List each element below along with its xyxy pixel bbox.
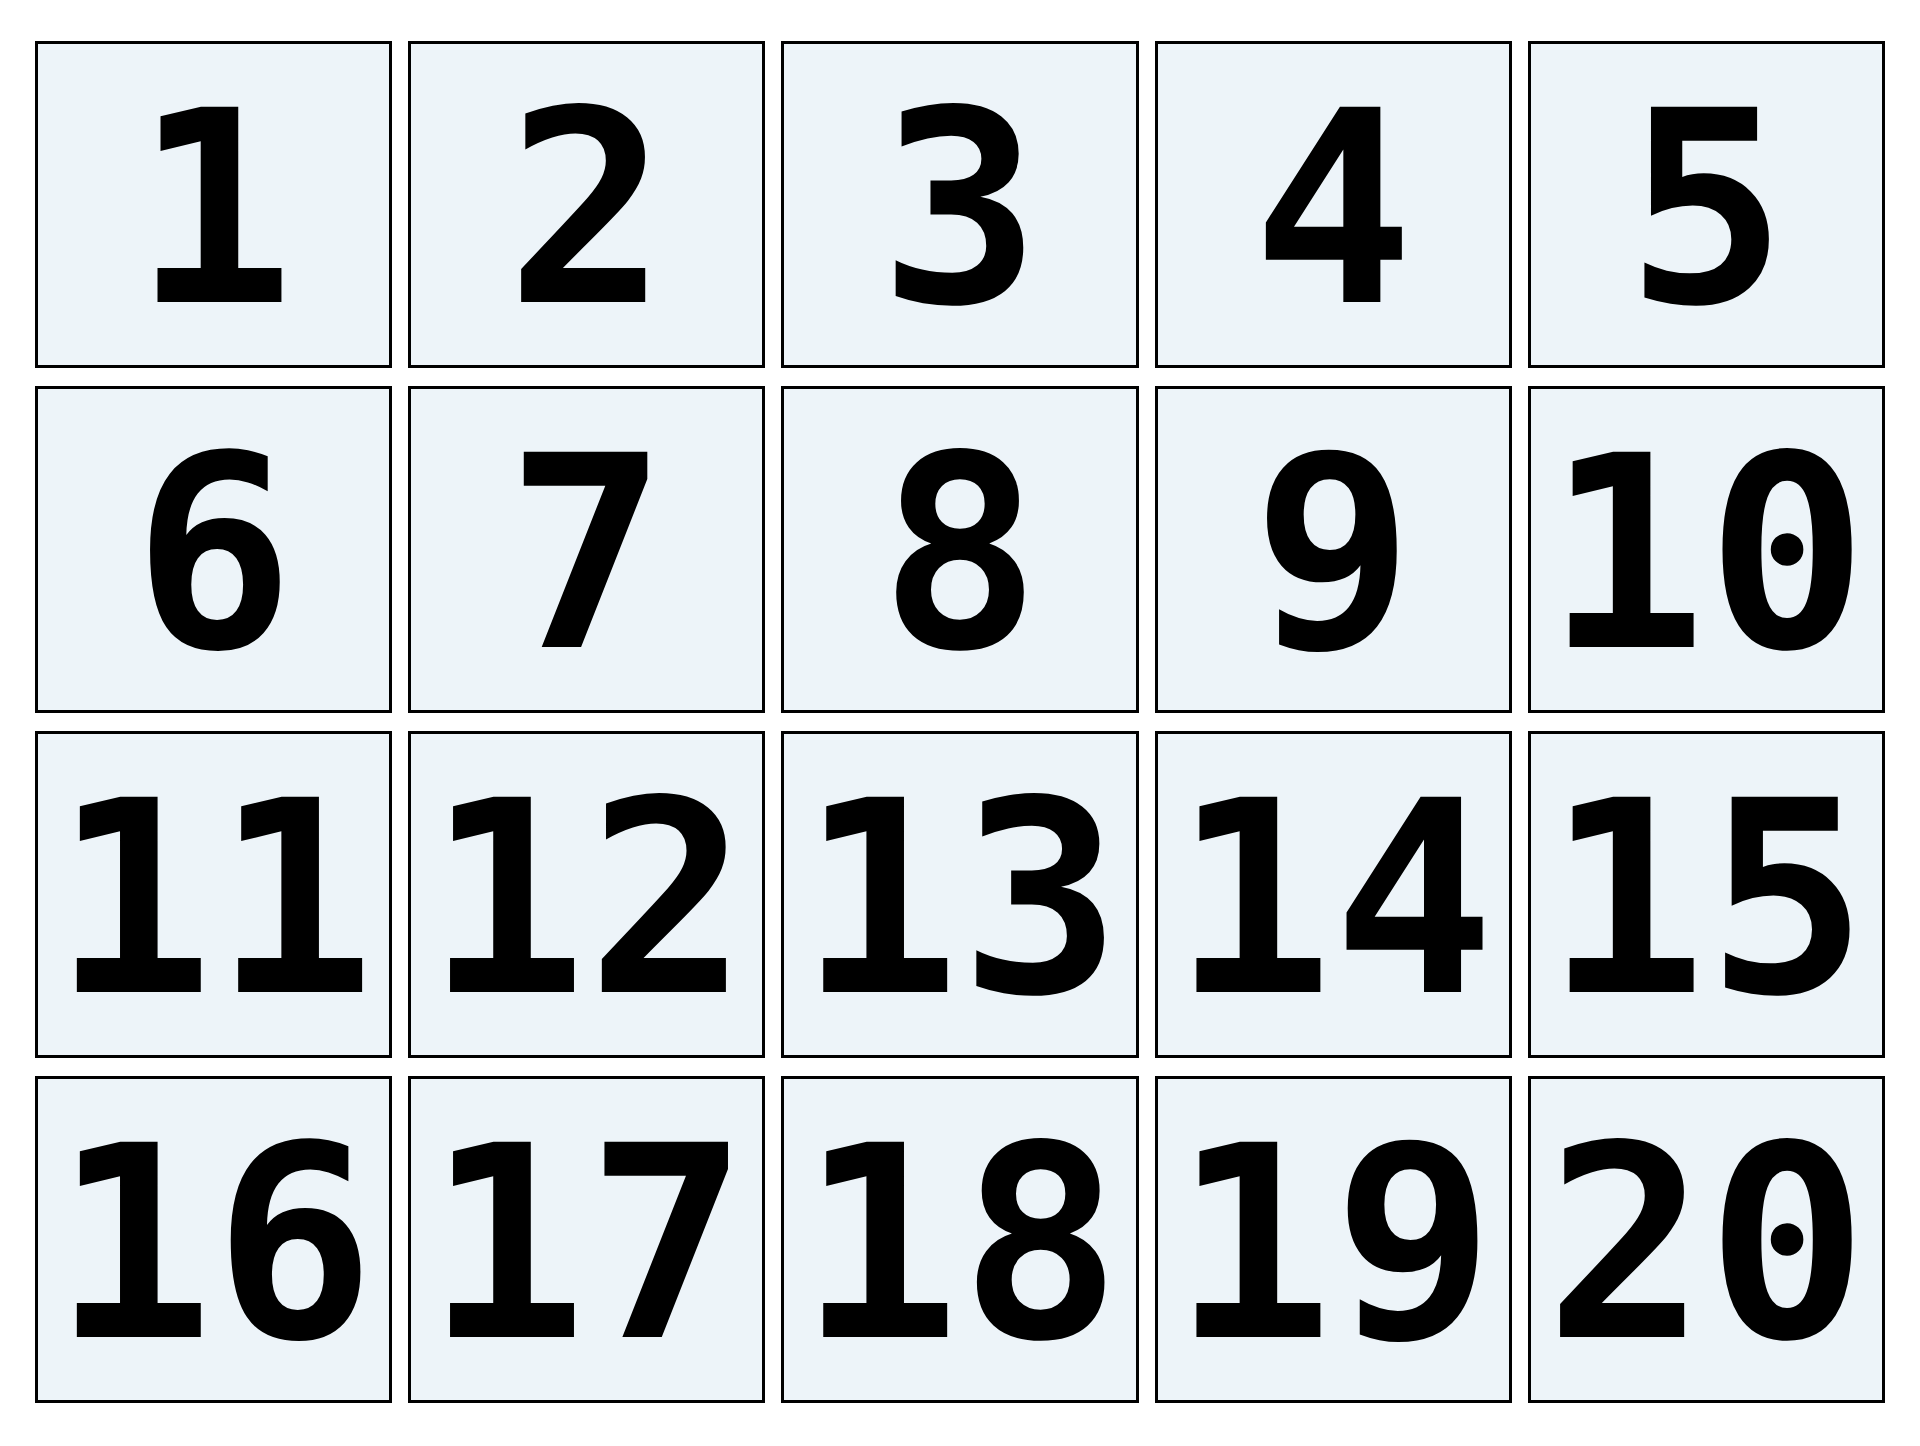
number-cell-5: 5 xyxy=(1528,41,1885,368)
number-cell-6: 6 xyxy=(35,386,392,713)
number-cell-7: 7 xyxy=(408,386,765,713)
cell-number: 10 xyxy=(1545,412,1868,688)
cell-number: 5 xyxy=(1626,67,1787,343)
number-cell-16: 16 xyxy=(35,1076,392,1403)
cell-number: 6 xyxy=(133,412,294,688)
number-chart-page: 1234567891011121314151617181920 xyxy=(0,0,1920,1446)
number-cell-10: 10 xyxy=(1528,386,1885,713)
number-cell-3: 3 xyxy=(781,41,1138,368)
number-cell-11: 11 xyxy=(35,731,392,1058)
number-cell-2: 2 xyxy=(408,41,765,368)
cell-number: 18 xyxy=(799,1102,1122,1378)
number-cell-4: 4 xyxy=(1155,41,1512,368)
number-cell-19: 19 xyxy=(1155,1076,1512,1403)
number-cell-15: 15 xyxy=(1528,731,1885,1058)
cell-number: 8 xyxy=(879,412,1040,688)
cell-number: 4 xyxy=(1253,67,1414,343)
cell-number: 2 xyxy=(506,67,667,343)
cell-number: 13 xyxy=(799,757,1122,1033)
number-cell-9: 9 xyxy=(1155,386,1512,713)
number-grid: 1234567891011121314151617181920 xyxy=(0,0,1920,1446)
number-cell-8: 8 xyxy=(781,386,1138,713)
cell-number: 12 xyxy=(425,757,748,1033)
cell-number: 19 xyxy=(1172,1102,1495,1378)
cell-number: 9 xyxy=(1253,412,1414,688)
number-cell-18: 18 xyxy=(781,1076,1138,1403)
cell-number: 20 xyxy=(1545,1102,1868,1378)
number-cell-20: 20 xyxy=(1528,1076,1885,1403)
number-cell-12: 12 xyxy=(408,731,765,1058)
cell-number: 3 xyxy=(879,67,1040,343)
number-cell-17: 17 xyxy=(408,1076,765,1403)
cell-number: 14 xyxy=(1172,757,1495,1033)
cell-number: 1 xyxy=(133,67,294,343)
cell-number: 7 xyxy=(506,412,667,688)
cell-number: 16 xyxy=(52,1102,375,1378)
cell-number: 15 xyxy=(1545,757,1868,1033)
number-cell-13: 13 xyxy=(781,731,1138,1058)
number-cell-14: 14 xyxy=(1155,731,1512,1058)
number-cell-1: 1 xyxy=(35,41,392,368)
cell-number: 11 xyxy=(52,757,375,1033)
cell-number: 17 xyxy=(425,1102,748,1378)
